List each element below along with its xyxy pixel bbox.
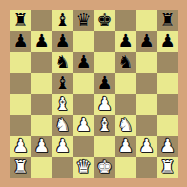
square-b8[interactable]: [31, 10, 52, 31]
square-e1[interactable]: ♚: [94, 157, 115, 178]
square-b2[interactable]: ♟: [31, 136, 52, 157]
square-b1[interactable]: [31, 157, 52, 178]
chess-app-window: ♜♝♛♚♜♟♟♟♟♟♟♞♟♞♝♟♝♟♞♟♝♞♟♟♟♟♟♟♜♛♚♜: [0, 0, 187, 187]
square-f4[interactable]: [115, 94, 136, 115]
piece-white-knight[interactable]: ♞: [117, 115, 133, 135]
square-h5[interactable]: [157, 73, 178, 94]
piece-black-pawn[interactable]: ♟: [159, 31, 175, 51]
square-g5[interactable]: [136, 73, 157, 94]
piece-black-pawn[interactable]: ♟: [12, 31, 28, 51]
square-d1[interactable]: ♛: [73, 157, 94, 178]
square-g8[interactable]: [136, 10, 157, 31]
square-e2[interactable]: [94, 136, 115, 157]
square-e7[interactable]: [94, 31, 115, 52]
piece-black-rook[interactable]: ♜: [159, 10, 175, 30]
square-f1[interactable]: [115, 157, 136, 178]
square-e4[interactable]: ♟: [94, 94, 115, 115]
square-a6[interactable]: [10, 52, 31, 73]
square-e5[interactable]: ♟: [94, 73, 115, 94]
square-h4[interactable]: [157, 94, 178, 115]
square-d7[interactable]: [73, 31, 94, 52]
piece-white-rook[interactable]: ♜: [12, 157, 28, 177]
square-e8[interactable]: ♚: [94, 10, 115, 31]
square-b3[interactable]: [31, 115, 52, 136]
square-d2[interactable]: [73, 136, 94, 157]
piece-white-knight[interactable]: ♞: [54, 115, 70, 135]
square-d8[interactable]: ♛: [73, 10, 94, 31]
square-d3[interactable]: ♟: [73, 115, 94, 136]
piece-white-pawn[interactable]: ♟: [54, 136, 70, 156]
piece-black-pawn[interactable]: ♟: [117, 31, 133, 51]
piece-black-knight[interactable]: ♞: [117, 52, 133, 72]
piece-white-king[interactable]: ♚: [96, 157, 112, 177]
piece-black-pawn[interactable]: ♟: [138, 31, 154, 51]
piece-black-bishop[interactable]: ♝: [54, 73, 70, 93]
square-g1[interactable]: [136, 157, 157, 178]
square-b7[interactable]: ♟: [31, 31, 52, 52]
piece-white-pawn[interactable]: ♟: [96, 94, 112, 114]
square-a8[interactable]: ♜: [10, 10, 31, 31]
square-c1[interactable]: [52, 157, 73, 178]
square-h7[interactable]: ♟: [157, 31, 178, 52]
square-b5[interactable]: [31, 73, 52, 94]
square-b4[interactable]: [31, 94, 52, 115]
square-c2[interactable]: ♟: [52, 136, 73, 157]
piece-white-rook[interactable]: ♜: [159, 157, 175, 177]
square-b6[interactable]: [31, 52, 52, 73]
square-e3[interactable]: ♝: [94, 115, 115, 136]
square-d5[interactable]: [73, 73, 94, 94]
chess-board: ♜♝♛♚♜♟♟♟♟♟♟♞♟♞♝♟♝♟♞♟♝♞♟♟♟♟♟♟♜♛♚♜: [10, 10, 178, 178]
square-g4[interactable]: [136, 94, 157, 115]
square-f5[interactable]: [115, 73, 136, 94]
square-h3[interactable]: [157, 115, 178, 136]
piece-black-king[interactable]: ♚: [96, 10, 112, 30]
square-c7[interactable]: ♟: [52, 31, 73, 52]
piece-white-bishop[interactable]: ♝: [96, 115, 112, 135]
square-a1[interactable]: ♜: [10, 157, 31, 178]
square-c8[interactable]: ♝: [52, 10, 73, 31]
square-f2[interactable]: ♟: [115, 136, 136, 157]
square-f8[interactable]: [115, 10, 136, 31]
piece-black-knight[interactable]: ♞: [54, 52, 70, 72]
square-h8[interactable]: ♜: [157, 10, 178, 31]
square-g3[interactable]: [136, 115, 157, 136]
square-f6[interactable]: ♞: [115, 52, 136, 73]
square-c4[interactable]: ♝: [52, 94, 73, 115]
square-h2[interactable]: ♟: [157, 136, 178, 157]
piece-white-pawn[interactable]: ♟: [159, 136, 175, 156]
square-a7[interactable]: ♟: [10, 31, 31, 52]
square-h6[interactable]: [157, 52, 178, 73]
piece-black-pawn[interactable]: ♟: [54, 31, 70, 51]
square-d4[interactable]: [73, 94, 94, 115]
piece-black-pawn[interactable]: ♟: [33, 31, 49, 51]
square-c3[interactable]: ♞: [52, 115, 73, 136]
piece-black-rook[interactable]: ♜: [12, 10, 28, 30]
square-a2[interactable]: ♟: [10, 136, 31, 157]
piece-white-pawn[interactable]: ♟: [12, 136, 28, 156]
square-a5[interactable]: [10, 73, 31, 94]
square-f3[interactable]: ♞: [115, 115, 136, 136]
square-e6[interactable]: [94, 52, 115, 73]
board-frame: ♜♝♛♚♜♟♟♟♟♟♟♞♟♞♝♟♝♟♞♟♝♞♟♟♟♟♟♟♜♛♚♜: [0, 0, 187, 187]
square-g7[interactable]: ♟: [136, 31, 157, 52]
piece-white-pawn[interactable]: ♟: [75, 115, 91, 135]
piece-white-queen[interactable]: ♛: [75, 157, 91, 177]
square-d6[interactable]: ♟: [73, 52, 94, 73]
square-a4[interactable]: [10, 94, 31, 115]
square-a3[interactable]: [10, 115, 31, 136]
piece-black-bishop[interactable]: ♝: [54, 10, 70, 30]
piece-black-pawn[interactable]: ♟: [75, 52, 91, 72]
square-c5[interactable]: ♝: [52, 73, 73, 94]
piece-white-bishop[interactable]: ♝: [54, 94, 70, 114]
piece-black-queen[interactable]: ♛: [75, 10, 91, 30]
piece-black-pawn[interactable]: ♟: [96, 73, 112, 93]
square-g6[interactable]: [136, 52, 157, 73]
piece-white-pawn[interactable]: ♟: [117, 136, 133, 156]
square-f7[interactable]: ♟: [115, 31, 136, 52]
square-c6[interactable]: ♞: [52, 52, 73, 73]
square-g2[interactable]: ♟: [136, 136, 157, 157]
piece-white-pawn[interactable]: ♟: [33, 136, 49, 156]
square-h1[interactable]: ♜: [157, 157, 178, 178]
piece-white-pawn[interactable]: ♟: [138, 136, 154, 156]
